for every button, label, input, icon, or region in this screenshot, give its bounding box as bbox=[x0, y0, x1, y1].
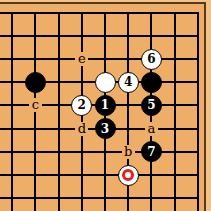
grid-line-horizontal bbox=[0, 35, 199, 37]
stone-white-2: 2 bbox=[71, 95, 92, 116]
stone-move-number: 6 bbox=[147, 53, 155, 65]
stone-black bbox=[141, 72, 162, 93]
stone-black-5: 5 bbox=[141, 95, 162, 116]
stone-move-number: 1 bbox=[101, 99, 109, 111]
stone-move-number: 4 bbox=[124, 76, 132, 88]
point-label-c: c bbox=[29, 98, 42, 112]
stone-black-3: 3 bbox=[95, 118, 116, 139]
circle-mark-icon bbox=[122, 169, 134, 181]
grid-line-horizontal bbox=[0, 12, 199, 14]
stone-move-number: 3 bbox=[101, 122, 109, 134]
board-grid: ecdab4621537 bbox=[0, 0, 211, 211]
stone-move-number: 7 bbox=[147, 145, 155, 157]
grid-line-vertical bbox=[58, 12, 60, 211]
point-label-a: a bbox=[145, 122, 158, 136]
grid-line-horizontal bbox=[0, 197, 199, 199]
grid-line-vertical bbox=[11, 12, 13, 211]
stone-white bbox=[95, 72, 116, 93]
stone-black-7: 7 bbox=[141, 141, 162, 162]
stone-black bbox=[25, 72, 46, 93]
point-label-e: e bbox=[75, 52, 88, 66]
stone-move-number: 5 bbox=[147, 99, 155, 111]
stone-black-1: 1 bbox=[95, 95, 116, 116]
grid-line-vertical bbox=[174, 12, 176, 211]
point-label-d: d bbox=[75, 122, 88, 136]
grid-line-vertical bbox=[197, 12, 199, 211]
go-board-diagram: ecdab4621537 bbox=[0, 0, 211, 211]
grid-line-horizontal bbox=[0, 58, 199, 60]
stone-white-4: 4 bbox=[118, 72, 139, 93]
point-label-b: b bbox=[122, 145, 135, 159]
grid-line-horizontal bbox=[0, 174, 199, 176]
grid-line-horizontal bbox=[0, 151, 199, 153]
stone-white-6: 6 bbox=[141, 49, 162, 70]
stone-move-number: 2 bbox=[78, 99, 86, 111]
stone-white-circled bbox=[118, 165, 139, 186]
